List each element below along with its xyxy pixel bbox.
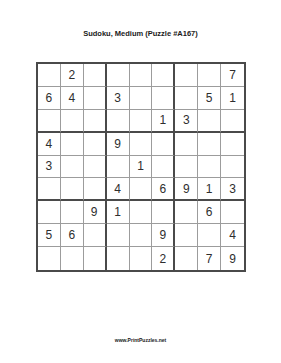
cell-r8c5[interactable] <box>130 224 153 247</box>
cell-r4c8[interactable] <box>198 133 221 156</box>
cell-r8c2[interactable]: 6 <box>61 224 84 247</box>
cell-r6c3[interactable] <box>84 178 107 201</box>
cell-r3c9[interactable] <box>221 110 244 133</box>
cell-r1c7[interactable] <box>175 64 198 87</box>
cell-r8c6[interactable]: 9 <box>152 224 175 247</box>
cell-r8c9[interactable]: 4 <box>221 224 244 247</box>
cell-r1c6[interactable] <box>152 64 175 87</box>
cell-r4c6[interactable] <box>152 133 175 156</box>
cell-r5c7[interactable] <box>175 156 198 179</box>
cell-r7c9[interactable] <box>221 201 244 224</box>
cell-r6c6[interactable]: 6 <box>152 178 175 201</box>
cell-r5c1[interactable]: 3 <box>38 156 61 179</box>
cell-r1c9[interactable]: 7 <box>221 64 244 87</box>
cell-r9c1[interactable] <box>38 247 61 270</box>
cell-r5c2[interactable] <box>61 156 84 179</box>
cell-r2c9[interactable]: 1 <box>221 87 244 110</box>
cell-r7c5[interactable] <box>130 201 153 224</box>
cell-r2c3[interactable] <box>84 87 107 110</box>
cell-r6c9[interactable]: 3 <box>221 178 244 201</box>
cell-r3c6[interactable]: 1 <box>152 110 175 133</box>
cell-r2c4[interactable]: 3 <box>107 87 130 110</box>
cell-r1c2[interactable]: 2 <box>61 64 84 87</box>
page-title: Sudoku, Medium (Puzzle #A167) <box>0 29 281 39</box>
cell-r7c1[interactable] <box>38 201 61 224</box>
cell-r6c5[interactable] <box>130 178 153 201</box>
cell-r8c8[interactable] <box>198 224 221 247</box>
cell-r9c7[interactable] <box>175 247 198 270</box>
cell-r1c1[interactable] <box>38 64 61 87</box>
cell-r4c1[interactable]: 4 <box>38 133 61 156</box>
cell-r3c4[interactable] <box>107 110 130 133</box>
cell-r3c1[interactable] <box>38 110 61 133</box>
cell-r4c2[interactable] <box>61 133 84 156</box>
cell-r9c2[interactable] <box>61 247 84 270</box>
cell-r8c7[interactable] <box>175 224 198 247</box>
cell-r2c6[interactable] <box>152 87 175 110</box>
cell-r9c8[interactable]: 7 <box>198 247 221 270</box>
footer-credit: www.PrintPuzzles.net <box>0 337 281 344</box>
cell-r2c1[interactable]: 6 <box>38 87 61 110</box>
cell-r3c3[interactable] <box>84 110 107 133</box>
cell-r4c3[interactable] <box>84 133 107 156</box>
cell-r8c4[interactable] <box>107 224 130 247</box>
cell-r9c6[interactable]: 2 <box>152 247 175 270</box>
cell-r5c3[interactable] <box>84 156 107 179</box>
cell-r5c8[interactable] <box>198 156 221 179</box>
cell-r9c9[interactable]: 9 <box>221 247 244 270</box>
cell-r2c2[interactable]: 4 <box>61 87 84 110</box>
cell-r4c4[interactable]: 9 <box>107 133 130 156</box>
cell-r1c4[interactable] <box>107 64 130 87</box>
cell-r7c4[interactable]: 1 <box>107 201 130 224</box>
cell-r3c7[interactable]: 3 <box>175 110 198 133</box>
cell-r2c5[interactable] <box>130 87 153 110</box>
cell-r9c5[interactable] <box>130 247 153 270</box>
cell-r3c5[interactable] <box>130 110 153 133</box>
cell-r1c8[interactable] <box>198 64 221 87</box>
cell-r8c1[interactable]: 5 <box>38 224 61 247</box>
cell-r7c7[interactable] <box>175 201 198 224</box>
cell-r5c5[interactable]: 1 <box>130 156 153 179</box>
cell-r9c4[interactable] <box>107 247 130 270</box>
cell-r2c7[interactable] <box>175 87 198 110</box>
cell-r6c1[interactable] <box>38 178 61 201</box>
cell-r6c7[interactable]: 9 <box>175 178 198 201</box>
cell-r8c3[interactable] <box>84 224 107 247</box>
cell-r7c3[interactable]: 9 <box>84 201 107 224</box>
cell-r9c3[interactable] <box>84 247 107 270</box>
cell-r3c2[interactable] <box>61 110 84 133</box>
cell-r7c8[interactable]: 6 <box>198 201 221 224</box>
cell-r4c7[interactable] <box>175 133 198 156</box>
cell-r5c9[interactable] <box>221 156 244 179</box>
sudoku-grid: 2764351134931469139165694279 <box>36 62 246 272</box>
cell-r3c8[interactable] <box>198 110 221 133</box>
cell-r1c3[interactable] <box>84 64 107 87</box>
cell-r2c8[interactable]: 5 <box>198 87 221 110</box>
cell-r7c2[interactable] <box>61 201 84 224</box>
cell-r6c8[interactable]: 1 <box>198 178 221 201</box>
cell-r5c6[interactable] <box>152 156 175 179</box>
cell-r4c9[interactable] <box>221 133 244 156</box>
cell-r1c5[interactable] <box>130 64 153 87</box>
cell-r5c4[interactable] <box>107 156 130 179</box>
cell-r7c6[interactable] <box>152 201 175 224</box>
cell-r4c5[interactable] <box>130 133 153 156</box>
cell-r6c2[interactable] <box>61 178 84 201</box>
cell-r6c4[interactable]: 4 <box>107 178 130 201</box>
